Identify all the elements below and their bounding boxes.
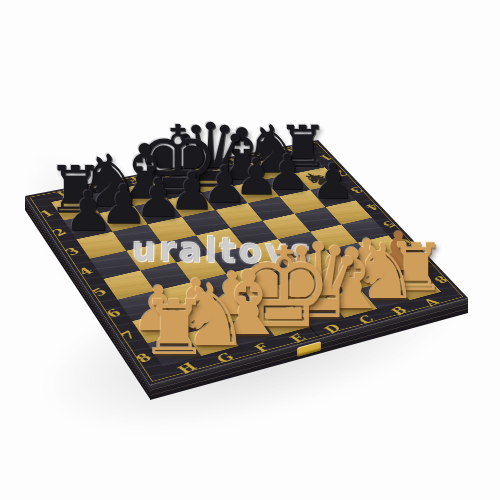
coordinate-label-5: 5 (88, 285, 110, 298)
watermark: uraltoys (132, 228, 314, 271)
coordinate-label-6: 6 (102, 306, 124, 320)
coordinate-label-2: 2 (49, 226, 70, 238)
product-photo-stage: ♞ 1122334455667788AABBCCDDEEFFGGHH uralt… (0, 0, 500, 500)
coordinate-label-7: 7 (117, 328, 140, 342)
coordinate-label-1: 1 (36, 208, 57, 219)
coordinate-label-8: 8 (132, 350, 155, 365)
coordinate-label-3: 3 (62, 245, 83, 257)
coordinate-label-4: 4 (75, 265, 97, 278)
